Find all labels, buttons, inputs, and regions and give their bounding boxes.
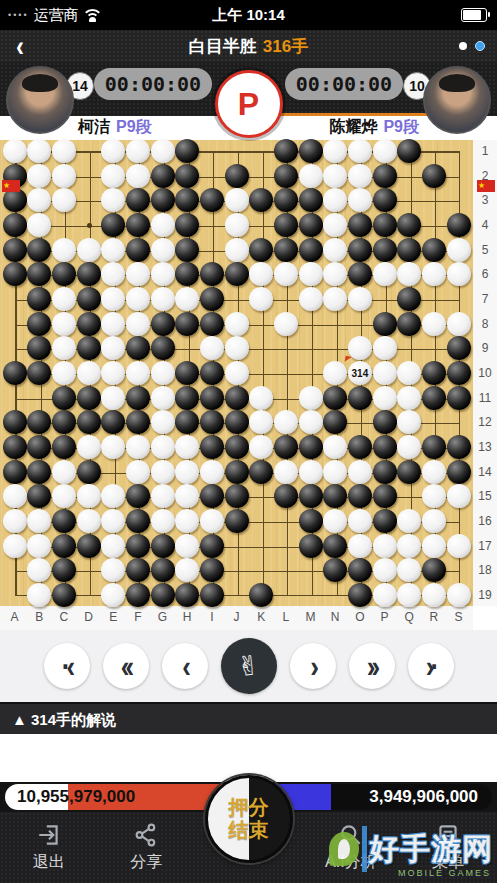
stone-F16 xyxy=(126,509,150,533)
stone-D9 xyxy=(77,336,101,360)
watermark-subtext: MOBILE GAMES xyxy=(398,868,491,878)
stone-I13 xyxy=(200,435,224,459)
player-panel: ★ ★ 14 10 00:00:00 00:00:00 P 柯洁P9段 陈耀烨P… xyxy=(0,62,497,140)
replay-controls: ·‹ ‹‹ ‹ ✌ › ›› ›· xyxy=(0,630,497,702)
board-grid-area[interactable]: 314 xyxy=(0,140,473,606)
col-label-C: C xyxy=(59,610,68,624)
stone-M6 xyxy=(299,262,323,286)
battery-icon xyxy=(461,8,487,22)
stone-G9 xyxy=(151,336,175,360)
share-label: 分享 xyxy=(130,852,162,873)
stone-H14 xyxy=(175,460,199,484)
stone-M16 xyxy=(299,509,323,533)
stone-F2 xyxy=(126,164,150,188)
left-player-name: 柯洁P9段 xyxy=(78,117,152,138)
page-title: 白目半胜316手 xyxy=(0,35,497,58)
left-player-avatar xyxy=(6,66,74,134)
stone-L14 xyxy=(274,460,298,484)
watermark-text: 好手游网 xyxy=(369,832,493,865)
stone-B7 xyxy=(27,287,51,311)
row-label-11: 11 xyxy=(473,391,497,405)
stone-H4 xyxy=(175,213,199,237)
pass-badge[interactable]: P xyxy=(215,70,283,138)
stone-E5 xyxy=(101,238,125,262)
stone-J12 xyxy=(225,410,249,434)
exit-label: 退出 xyxy=(33,852,65,873)
stone-B1 xyxy=(27,139,51,163)
col-label-K: K xyxy=(257,610,265,624)
step-back-icon: ‹ xyxy=(182,647,187,684)
stone-C13 xyxy=(52,435,76,459)
stone-H5 xyxy=(175,238,199,262)
share-icon xyxy=(133,822,159,848)
stone-S15 xyxy=(447,484,471,508)
stone-G5 xyxy=(151,238,175,262)
right-player-name: 陈耀烨P9段 xyxy=(329,117,419,138)
stone-G17 xyxy=(151,534,175,558)
stone-C11 xyxy=(52,386,76,410)
stone-B19 xyxy=(27,583,51,607)
stone-G1 xyxy=(151,139,175,163)
stone-S6 xyxy=(447,262,471,286)
stone-K5 xyxy=(249,238,273,262)
stone-K11 xyxy=(249,386,273,410)
stone-Q5 xyxy=(397,238,421,262)
col-label-R: R xyxy=(430,610,439,624)
stone-F4 xyxy=(126,213,150,237)
col-label-A: A xyxy=(10,610,18,624)
stone-N5 xyxy=(323,238,347,262)
stone-P12 xyxy=(373,410,397,434)
page-dot-1[interactable] xyxy=(459,42,467,50)
stone-G10 xyxy=(151,361,175,385)
stone-R16 xyxy=(422,509,446,533)
stone-G6 xyxy=(151,262,175,286)
stone-I10 xyxy=(200,361,224,385)
stone-A14 xyxy=(3,460,27,484)
row-label-12: 12 xyxy=(473,415,497,429)
go-board[interactable]: 314 12345678910111213141516171819 ABCDEF… xyxy=(0,140,497,630)
right-name-text: 陈耀烨 xyxy=(329,118,377,135)
stone-M12 xyxy=(299,410,323,434)
stone-J9 xyxy=(225,336,249,360)
stone-J10 xyxy=(225,361,249,385)
app-screen: •••• 运营商 上午 10:14 ‹ 白目半胜316手 ★ ★ 14 10 0… xyxy=(0,0,497,883)
stone-Q14 xyxy=(397,460,421,484)
stone-O5 xyxy=(348,238,372,262)
stone-L5 xyxy=(274,238,298,262)
left-timer: 00:00:00 xyxy=(94,68,212,100)
stone-K19 xyxy=(249,583,273,607)
commentary-header[interactable]: ▲ 314手的解说 xyxy=(0,702,497,734)
stone-S5 xyxy=(447,238,471,262)
step-forward-icon: › xyxy=(310,647,315,684)
stone-O1 xyxy=(348,139,372,163)
stone-O11 xyxy=(348,386,372,410)
status-bar: •••• 运营商 上午 10:14 xyxy=(0,0,497,30)
left-flag-icon: ★ xyxy=(2,180,20,192)
stone-F19 xyxy=(126,583,150,607)
stone-A17 xyxy=(3,534,27,558)
stone-Q8 xyxy=(397,312,421,336)
right-rank-text: P9段 xyxy=(383,118,419,135)
stone-D15 xyxy=(77,484,101,508)
stone-J16 xyxy=(225,509,249,533)
jump-to-end-button[interactable]: ›· xyxy=(408,643,454,689)
stone-C5 xyxy=(52,238,76,262)
stone-R13 xyxy=(422,435,446,459)
stone-N14 xyxy=(323,460,347,484)
stone-D10 xyxy=(77,361,101,385)
stone-A13 xyxy=(3,435,27,459)
stone-M11 xyxy=(299,386,323,410)
stone-S10 xyxy=(447,361,471,385)
stone-G18 xyxy=(151,558,175,582)
stone-C2 xyxy=(52,164,76,188)
stone-S19 xyxy=(447,583,471,607)
stone-P9 xyxy=(373,336,397,360)
stone-J13 xyxy=(225,435,249,459)
stone-P15 xyxy=(373,484,397,508)
stone-P6 xyxy=(373,262,397,286)
stone-E11 xyxy=(101,386,125,410)
stone-O13 xyxy=(348,435,372,459)
nav-header: ‹ 白目半胜316手 xyxy=(0,30,497,62)
col-label-J: J xyxy=(234,610,240,624)
stone-F7 xyxy=(126,287,150,311)
stone-C8 xyxy=(52,312,76,336)
stone-P17 xyxy=(373,534,397,558)
stone-S4 xyxy=(447,213,471,237)
stone-B13 xyxy=(27,435,51,459)
stone-E4 xyxy=(101,213,125,237)
col-label-Q: Q xyxy=(405,610,414,624)
stone-B14 xyxy=(27,460,51,484)
stone-R8 xyxy=(422,312,446,336)
stone-G7 xyxy=(151,287,175,311)
fast-rewind-icon: ‹‹ xyxy=(121,647,130,684)
row-label-6: 6 xyxy=(473,267,497,281)
col-label-H: H xyxy=(183,610,192,624)
stone-H17 xyxy=(175,534,199,558)
jump-end-icon: ›· xyxy=(426,647,435,684)
stone-N17 xyxy=(323,534,347,558)
stone-A4 xyxy=(3,213,27,237)
stone-P11 xyxy=(373,386,397,410)
stone-C14 xyxy=(52,460,76,484)
stone-J3 xyxy=(225,188,249,212)
stone-I7 xyxy=(200,287,224,311)
stone-S13 xyxy=(447,435,471,459)
right-timer: 00:00:00 xyxy=(285,68,403,100)
stone-M14 xyxy=(299,460,323,484)
stone-P2 xyxy=(373,164,397,188)
stone-M17 xyxy=(299,534,323,558)
jump-start-icon: ·‹ xyxy=(62,647,71,684)
row-coordinates: 12345678910111213141516171819 xyxy=(473,140,497,606)
stone-Q17 xyxy=(397,534,421,558)
stone-H1 xyxy=(175,139,199,163)
hand-tool-button[interactable]: ✌ xyxy=(221,638,277,694)
column-coordinates: ABCDEFGHIJKLMNOPQRS xyxy=(0,606,473,630)
end-label: 结束 xyxy=(229,819,269,842)
stone-D13 xyxy=(77,435,101,459)
row-label-17: 17 xyxy=(473,539,497,553)
red-side-points: 10,955,979,000 xyxy=(17,784,135,810)
stone-I16 xyxy=(200,509,224,533)
stone-O2 xyxy=(348,164,372,188)
stone-G13 xyxy=(151,435,175,459)
stone-G2 xyxy=(151,164,175,188)
result-label: 白目半胜 xyxy=(189,37,257,56)
stone-J2 xyxy=(225,164,249,188)
left-rank-text: P9段 xyxy=(116,118,152,135)
stone-P16 xyxy=(373,509,397,533)
stone-G12 xyxy=(151,410,175,434)
stone-H2 xyxy=(175,164,199,188)
stone-L1 xyxy=(274,139,298,163)
signal-dots-icon: •••• xyxy=(8,10,29,20)
stone-D12 xyxy=(77,410,101,434)
stone-P8 xyxy=(373,312,397,336)
stone-C17 xyxy=(52,534,76,558)
blue-side-points: 3,949,906,000 xyxy=(369,784,478,810)
stone-M5 xyxy=(299,238,323,262)
stone-C6 xyxy=(52,262,76,286)
col-label-F: F xyxy=(134,610,141,624)
stone-H8 xyxy=(175,312,199,336)
stone-N2 xyxy=(323,164,347,188)
stone-J11 xyxy=(225,386,249,410)
row-label-8: 8 xyxy=(473,317,497,331)
fast-rewind-button[interactable]: ‹‹ xyxy=(103,643,149,689)
stone-A15 xyxy=(3,484,27,508)
row-label-1: 1 xyxy=(473,144,497,158)
stone-O17 xyxy=(348,534,372,558)
stone-G16 xyxy=(151,509,175,533)
col-label-N: N xyxy=(331,610,340,624)
watermark-leaf-icon xyxy=(329,826,367,872)
stone-J4 xyxy=(225,213,249,237)
star-point xyxy=(87,223,92,228)
stone-R17 xyxy=(422,534,446,558)
row-label-5: 5 xyxy=(473,243,497,257)
stone-J6 xyxy=(225,262,249,286)
exit-icon xyxy=(36,822,62,848)
stone-C19 xyxy=(52,583,76,607)
stone-J15 xyxy=(225,484,249,508)
stone-O14 xyxy=(348,460,372,484)
stone-O16 xyxy=(348,509,372,533)
stone-P1 xyxy=(373,139,397,163)
stone-P14 xyxy=(373,460,397,484)
bet-end-button[interactable]: 押分 结束 xyxy=(205,775,293,863)
stone-P18 xyxy=(373,558,397,582)
fast-forward-button[interactable]: ›› xyxy=(349,643,395,689)
stone-I19 xyxy=(200,583,224,607)
stone-C16 xyxy=(52,509,76,533)
stone-L8 xyxy=(274,312,298,336)
stone-G3 xyxy=(151,188,175,212)
stone-D8 xyxy=(77,312,101,336)
stone-B17 xyxy=(27,534,51,558)
stone-C3 xyxy=(52,188,76,212)
stone-M13 xyxy=(299,435,323,459)
stone-R19 xyxy=(422,583,446,607)
stone-G4 xyxy=(151,213,175,237)
stone-F1 xyxy=(126,139,150,163)
stone-E2 xyxy=(101,164,125,188)
col-label-E: E xyxy=(109,610,117,624)
stone-C1 xyxy=(52,139,76,163)
right-flag-icon: ★ xyxy=(477,180,495,192)
col-label-D: D xyxy=(84,610,93,624)
stone-G14 xyxy=(151,460,175,484)
row-label-10: 10 xyxy=(473,366,497,380)
stone-S17 xyxy=(447,534,471,558)
stone-J14 xyxy=(225,460,249,484)
stone-P3 xyxy=(373,188,397,212)
move-count-label: 316手 xyxy=(263,37,308,56)
stone-P10 xyxy=(373,361,397,385)
site-watermark: 好手游网 MOBILE GAMES xyxy=(329,826,493,872)
stone-B4 xyxy=(27,213,51,237)
stone-B2 xyxy=(27,164,51,188)
stone-R14 xyxy=(422,460,446,484)
stone-F10 xyxy=(126,361,150,385)
stone-I17 xyxy=(200,534,224,558)
stone-R10 xyxy=(422,361,446,385)
stone-F13 xyxy=(126,435,150,459)
stone-G11 xyxy=(151,386,175,410)
stone-D7 xyxy=(77,287,101,311)
col-label-P: P xyxy=(381,610,389,624)
stone-S11 xyxy=(447,386,471,410)
col-label-S: S xyxy=(455,610,463,624)
hand-icon: ✌ xyxy=(236,649,262,683)
row-label-16: 16 xyxy=(473,514,497,528)
stone-G15 xyxy=(151,484,175,508)
stone-E7 xyxy=(101,287,125,311)
stone-D5 xyxy=(77,238,101,262)
stone-O10: 314 xyxy=(348,361,372,385)
row-label-14: 14 xyxy=(473,465,497,479)
stone-J5 xyxy=(225,238,249,262)
row-label-15: 15 xyxy=(473,489,497,503)
stone-M4 xyxy=(299,213,323,237)
last-move-number: 314 xyxy=(352,368,369,379)
stone-E8 xyxy=(101,312,125,336)
stone-R5 xyxy=(422,238,446,262)
col-label-B: B xyxy=(35,610,43,624)
stone-C7 xyxy=(52,287,76,311)
stone-M2 xyxy=(299,164,323,188)
row-label-7: 7 xyxy=(473,292,497,306)
col-label-L: L xyxy=(283,610,290,624)
col-label-M: M xyxy=(306,610,316,624)
stone-F14 xyxy=(126,460,150,484)
stone-E19 xyxy=(101,583,125,607)
stone-G19 xyxy=(151,583,175,607)
stone-H19 xyxy=(175,583,199,607)
step-forward-button[interactable]: › xyxy=(290,643,336,689)
stone-R11 xyxy=(422,386,446,410)
row-label-9: 9 xyxy=(473,341,497,355)
page-dot-2[interactable] xyxy=(475,41,485,51)
stone-R2 xyxy=(422,164,446,188)
stone-Q19 xyxy=(397,583,421,607)
stone-A1 xyxy=(3,139,27,163)
carrier-label: 运营商 xyxy=(34,6,79,25)
stone-A10 xyxy=(3,361,27,385)
stone-P19 xyxy=(373,583,397,607)
stone-O19 xyxy=(348,583,372,607)
step-back-button[interactable]: ‹ xyxy=(162,643,208,689)
share-button[interactable]: 分享 xyxy=(97,812,194,883)
row-label-18: 18 xyxy=(473,563,497,577)
left-name-text: 柯洁 xyxy=(78,118,110,135)
stone-A16 xyxy=(3,509,27,533)
wifi-icon xyxy=(84,9,101,22)
stone-L4 xyxy=(274,213,298,237)
stone-L13 xyxy=(274,435,298,459)
stone-J8 xyxy=(225,312,249,336)
stone-I14 xyxy=(200,460,224,484)
right-player-avatar xyxy=(423,66,491,134)
stone-P5 xyxy=(373,238,397,262)
fast-forward-icon: ›› xyxy=(367,647,376,684)
stone-D11 xyxy=(77,386,101,410)
stone-B8 xyxy=(27,312,51,336)
exit-button[interactable]: 退出 xyxy=(0,812,97,883)
col-label-I: I xyxy=(210,610,213,624)
stone-G8 xyxy=(151,312,175,336)
row-label-3: 3 xyxy=(473,193,497,207)
stone-S14 xyxy=(447,460,471,484)
stone-P4 xyxy=(373,213,397,237)
stone-F3 xyxy=(126,188,150,212)
stone-D17 xyxy=(77,534,101,558)
row-label-13: 13 xyxy=(473,440,497,454)
stone-I11 xyxy=(200,386,224,410)
col-label-G: G xyxy=(158,610,167,624)
stone-H11 xyxy=(175,386,199,410)
stone-M7 xyxy=(299,287,323,311)
stone-P13 xyxy=(373,435,397,459)
stone-B5 xyxy=(27,238,51,262)
stone-E17 xyxy=(101,534,125,558)
stone-M15 xyxy=(299,484,323,508)
stone-F11 xyxy=(126,386,150,410)
stone-L2 xyxy=(274,164,298,188)
row-label-19: 19 xyxy=(473,588,497,602)
stone-A6 xyxy=(3,262,27,286)
jump-to-start-button[interactable]: ·‹ xyxy=(44,643,90,689)
stone-O7 xyxy=(348,287,372,311)
stone-N11 xyxy=(323,386,347,410)
stone-M3 xyxy=(299,188,323,212)
col-label-O: O xyxy=(355,610,364,624)
stone-I8 xyxy=(200,312,224,336)
stone-E10 xyxy=(101,361,125,385)
stone-F8 xyxy=(126,312,150,336)
stone-A12 xyxy=(3,410,27,434)
stone-A5 xyxy=(3,238,27,262)
bet-label: 押分 xyxy=(229,796,269,819)
stone-O4 xyxy=(348,213,372,237)
stone-Q11 xyxy=(397,386,421,410)
stone-C10 xyxy=(52,361,76,385)
